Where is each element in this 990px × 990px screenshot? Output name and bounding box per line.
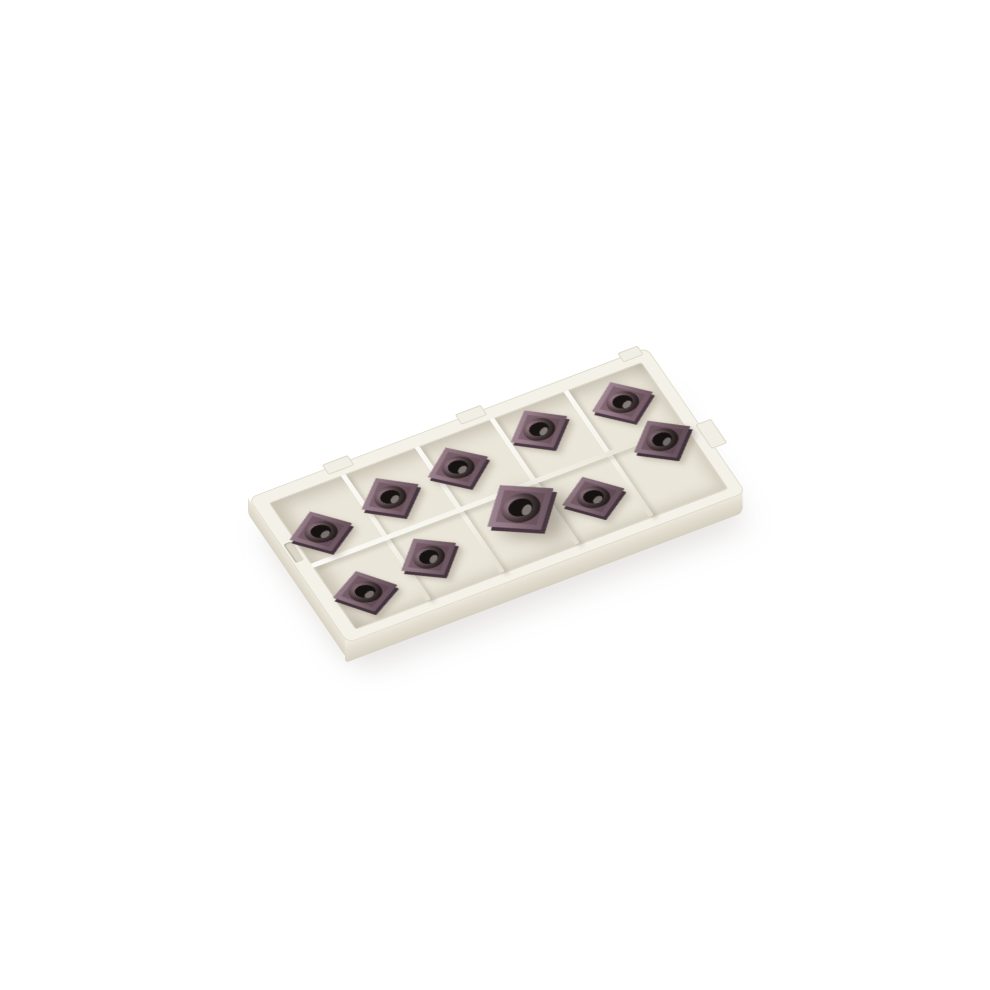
tray-latch-tab	[617, 346, 644, 363]
product-photo	[0, 0, 990, 990]
compartment-grid	[249, 349, 646, 499]
